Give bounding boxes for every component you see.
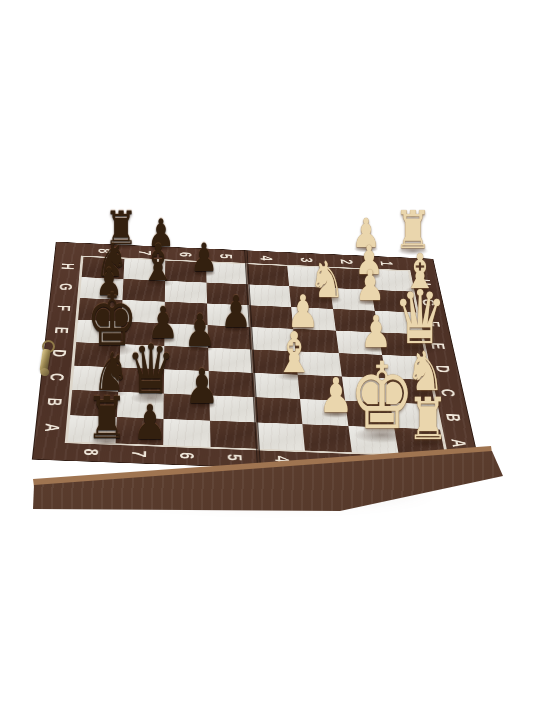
square-g4[interactable] <box>248 284 291 307</box>
square-e8[interactable] <box>76 320 121 344</box>
square-c4[interactable] <box>253 373 300 399</box>
square-g8[interactable] <box>80 277 123 300</box>
square-b4[interactable] <box>255 397 303 424</box>
square-e6[interactable] <box>164 323 208 347</box>
square-h8[interactable] <box>82 257 125 279</box>
square-e4[interactable] <box>250 327 295 351</box>
square-b5[interactable] <box>209 395 256 422</box>
square-d8[interactable] <box>74 342 120 367</box>
square-c7[interactable] <box>118 367 164 393</box>
square-d5[interactable] <box>208 348 253 373</box>
square-b8[interactable] <box>70 390 118 417</box>
square-a8[interactable] <box>68 415 117 443</box>
square-h1[interactable] <box>368 270 412 292</box>
square-d3[interactable] <box>295 351 341 376</box>
square-g2[interactable] <box>330 288 374 311</box>
square-f3[interactable] <box>291 307 336 330</box>
square-b7[interactable] <box>117 392 164 419</box>
square-d7[interactable] <box>119 344 164 369</box>
square-h3[interactable] <box>287 266 330 288</box>
square-a7[interactable] <box>116 417 164 445</box>
square-e1[interactable] <box>378 332 425 356</box>
square-d6[interactable] <box>164 346 209 371</box>
square-c1[interactable] <box>386 378 435 404</box>
square-h6[interactable] <box>165 261 206 283</box>
square-f6[interactable] <box>165 302 208 326</box>
square-c3[interactable] <box>298 375 345 401</box>
square-b6[interactable] <box>163 394 209 421</box>
square-f5[interactable] <box>207 303 250 327</box>
square-a5[interactable] <box>210 421 258 449</box>
square-e2[interactable] <box>336 331 382 355</box>
board-surface: 87654321 87654321 HGFEDCBA HGFEDCBA <box>32 242 483 477</box>
square-c6[interactable] <box>164 369 210 395</box>
square-e3[interactable] <box>293 329 339 353</box>
chess-board: 87654321 87654321 HGFEDCBA HGFEDCBA <box>33 202 485 468</box>
square-g7[interactable] <box>122 279 165 302</box>
square-f4[interactable] <box>249 305 293 329</box>
square-f1[interactable] <box>375 311 421 334</box>
square-g5[interactable] <box>207 283 250 306</box>
square-a2[interactable] <box>348 426 398 454</box>
square-f8[interactable] <box>78 298 122 322</box>
square-d1[interactable] <box>382 355 430 380</box>
square-a1[interactable] <box>394 428 445 456</box>
square-a6[interactable] <box>163 419 210 447</box>
square-f2[interactable] <box>333 309 378 332</box>
square-c5[interactable] <box>209 371 255 397</box>
square-g6[interactable] <box>165 281 207 304</box>
square-h7[interactable] <box>123 259 165 281</box>
square-a4[interactable] <box>256 422 305 450</box>
square-f7[interactable] <box>121 300 164 324</box>
square-e5[interactable] <box>208 325 252 349</box>
product-photo-scene: 87654321 87654321 HGFEDCBA HGFEDCBA ♜♞♟♟… <box>0 0 540 720</box>
board-frame: 87654321 87654321 HGFEDCBA HGFEDCBA <box>32 242 483 477</box>
square-a3[interactable] <box>302 424 351 452</box>
square-d4[interactable] <box>252 350 298 375</box>
square-b1[interactable] <box>390 403 440 430</box>
square-b2[interactable] <box>345 401 394 428</box>
square-b3[interactable] <box>300 399 348 426</box>
square-g1[interactable] <box>371 290 416 313</box>
square-c8[interactable] <box>72 366 119 392</box>
square-h2[interactable] <box>328 268 372 290</box>
square-d2[interactable] <box>339 353 386 378</box>
square-c2[interactable] <box>342 376 390 402</box>
square-h4[interactable] <box>247 264 289 286</box>
square-h5[interactable] <box>206 262 248 284</box>
square-g3[interactable] <box>289 286 333 309</box>
square-e7[interactable] <box>120 322 164 346</box>
